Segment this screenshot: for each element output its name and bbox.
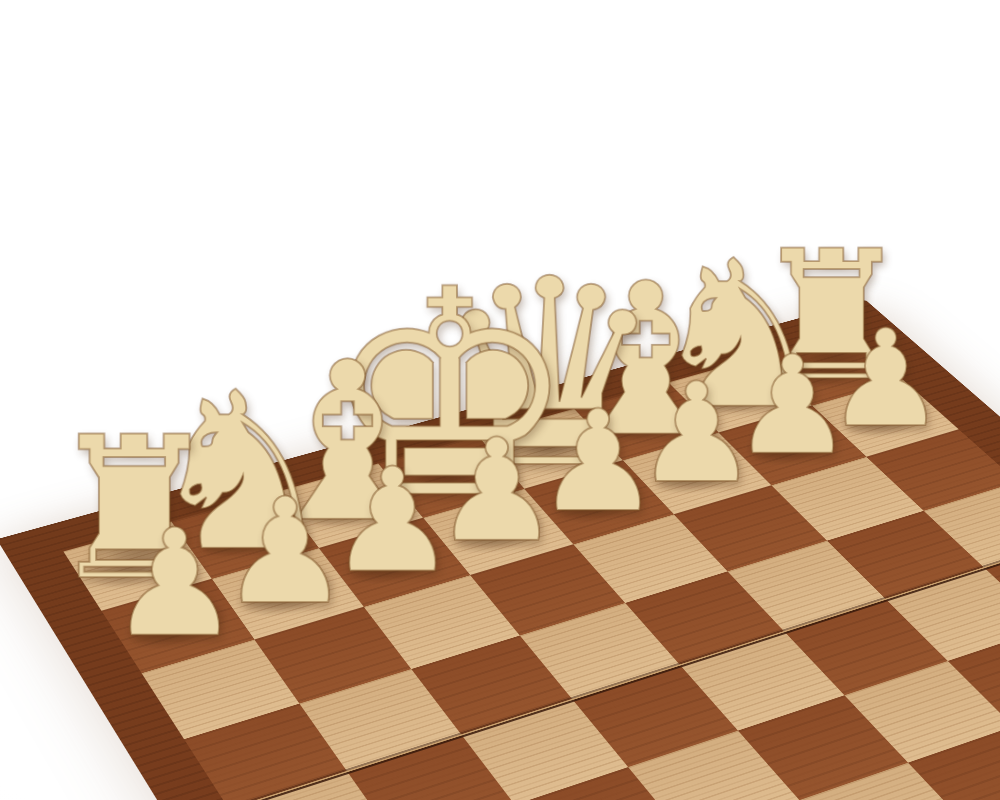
product-photo-stage: ♟♟♟♟♟♟♟♟♜♞♝♛♚♝♞♜ — [0, 0, 1000, 800]
chess-board: ♟♟♟♟♟♟♟♟♜♞♝♛♚♝♞♜ — [0, 300, 1000, 800]
white-pawn-h2: ♟ — [108, 509, 241, 657]
